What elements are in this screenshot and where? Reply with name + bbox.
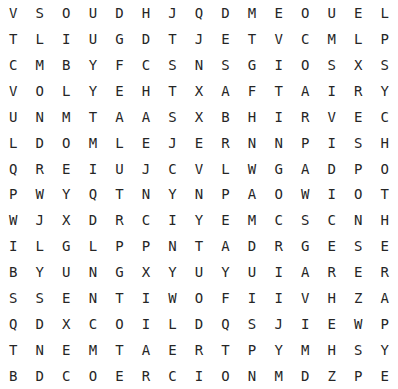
grid-cell-r10c5[interactable]: P [106, 233, 133, 259]
grid-cell-r13c4[interactable]: C [80, 311, 107, 337]
grid-cell-r1c12[interactable]: O [292, 0, 319, 26]
grid-cell-r13c5[interactable]: O [106, 311, 133, 337]
grid-cell-r8c1[interactable]: P [0, 182, 27, 208]
grid-cell-r9c9[interactable]: E [212, 207, 239, 233]
grid-cell-r3c10[interactable]: G [239, 52, 266, 78]
grid-cell-r8c4[interactable]: Q [80, 182, 107, 208]
grid-cell-r8c14[interactable]: O [345, 182, 372, 208]
grid-cell-r8c11[interactable]: O [265, 182, 292, 208]
grid-cell-r7c7[interactable]: C [159, 156, 186, 182]
grid-cell-r13c14[interactable]: W [345, 311, 372, 337]
grid-cell-r2c9[interactable]: E [212, 26, 239, 52]
grid-cell-r5c5[interactable]: A [106, 104, 133, 130]
grid-cell-r15c6[interactable]: R [133, 363, 160, 389]
grid-cell-r5c1[interactable]: U [0, 104, 27, 130]
grid-cell-r6c10[interactable]: N [239, 130, 266, 156]
grid-cell-r13c11[interactable]: J [265, 311, 292, 337]
grid-cell-r6c11[interactable]: N [265, 130, 292, 156]
grid-cell-r7c14[interactable]: P [345, 156, 372, 182]
grid-cell-r10c13[interactable]: E [318, 233, 345, 259]
grid-cell-r9c4[interactable]: D [80, 207, 107, 233]
grid-cell-r10c9[interactable]: A [212, 233, 239, 259]
grid-cell-r14c3[interactable]: E [53, 337, 80, 363]
grid-cell-r2c3[interactable]: I [53, 26, 80, 52]
grid-cell-r9c14[interactable]: N [345, 207, 372, 233]
grid-cell-r13c13[interactable]: E [318, 311, 345, 337]
grid-cell-r11c8[interactable]: U [186, 259, 213, 285]
grid-cell-r9c3[interactable]: X [53, 207, 80, 233]
grid-cell-r2c7[interactable]: T [159, 26, 186, 52]
grid-cell-r3c15[interactable]: S [371, 52, 398, 78]
grid-cell-r11c10[interactable]: U [239, 259, 266, 285]
grid-cell-r3c8[interactable]: N [186, 52, 213, 78]
grid-cell-r4c13[interactable]: I [318, 78, 345, 104]
grid-cell-r1c7[interactable]: J [159, 0, 186, 26]
grid-cell-r14c6[interactable]: A [133, 337, 160, 363]
grid-cell-r15c10[interactable]: N [239, 363, 266, 389]
grid-cell-r7c4[interactable]: I [80, 156, 107, 182]
grid-cell-r12c9[interactable]: F [212, 285, 239, 311]
grid-cell-r7c8[interactable]: V [186, 156, 213, 182]
grid-cell-r9c15[interactable]: H [371, 207, 398, 233]
grid-cell-r14c7[interactable]: E [159, 337, 186, 363]
grid-cell-r3c13[interactable]: S [318, 52, 345, 78]
grid-cell-r11c1[interactable]: B [0, 259, 27, 285]
grid-cell-r1c6[interactable]: H [133, 0, 160, 26]
grid-cell-r12c7[interactable]: W [159, 285, 186, 311]
grid-cell-r3c5[interactable]: F [106, 52, 133, 78]
grid-cell-r13c8[interactable]: D [186, 311, 213, 337]
grid-cell-r9c6[interactable]: C [133, 207, 160, 233]
grid-cell-r8c6[interactable]: N [133, 182, 160, 208]
grid-cell-r15c2[interactable]: D [27, 363, 54, 389]
grid-cell-r3c3[interactable]: B [53, 52, 80, 78]
grid-cell-r14c4[interactable]: M [80, 337, 107, 363]
grid-cell-r15c1[interactable]: B [0, 363, 27, 389]
grid-cell-r4c5[interactable]: E [106, 78, 133, 104]
grid-cell-r7c3[interactable]: E [53, 156, 80, 182]
grid-cell-r6c9[interactable]: R [212, 130, 239, 156]
grid-cell-r1c3[interactable]: O [53, 0, 80, 26]
grid-cell-r8c3[interactable]: Y [53, 182, 80, 208]
grid-cell-r8c8[interactable]: N [186, 182, 213, 208]
grid-cell-r11c5[interactable]: G [106, 259, 133, 285]
grid-cell-r5c2[interactable]: N [27, 104, 54, 130]
grid-cell-r5c6[interactable]: A [133, 104, 160, 130]
grid-cell-r2c8[interactable]: J [186, 26, 213, 52]
grid-cell-r8c5[interactable]: T [106, 182, 133, 208]
grid-cell-r5c11[interactable]: I [265, 104, 292, 130]
grid-cell-r4c14[interactable]: R [345, 78, 372, 104]
grid-cell-r13c12[interactable]: I [292, 311, 319, 337]
grid-cell-r14c5[interactable]: T [106, 337, 133, 363]
grid-cell-r5c3[interactable]: M [53, 104, 80, 130]
grid-cell-r11c7[interactable]: Y [159, 259, 186, 285]
grid-cell-r6c2[interactable]: D [27, 130, 54, 156]
grid-cell-r12c4[interactable]: N [80, 285, 107, 311]
grid-cell-r9c7[interactable]: I [159, 207, 186, 233]
grid-cell-r4c7[interactable]: T [159, 78, 186, 104]
grid-cell-r6c5[interactable]: L [106, 130, 133, 156]
grid-cell-r11c3[interactable]: U [53, 259, 80, 285]
grid-cell-r13c1[interactable]: Q [0, 311, 27, 337]
grid-cell-r6c6[interactable]: E [133, 130, 160, 156]
grid-cell-r9c13[interactable]: C [318, 207, 345, 233]
grid-cell-r14c12[interactable]: M [292, 337, 319, 363]
grid-cell-r14c15[interactable]: Y [371, 337, 398, 363]
grid-cell-r12c8[interactable]: O [186, 285, 213, 311]
grid-cell-r14c2[interactable]: N [27, 337, 54, 363]
grid-cell-r8c10[interactable]: A [239, 182, 266, 208]
grid-cell-r11c12[interactable]: A [292, 259, 319, 285]
grid-cell-r1c14[interactable]: E [345, 0, 372, 26]
grid-cell-r7c10[interactable]: W [239, 156, 266, 182]
grid-cell-r13c7[interactable]: L [159, 311, 186, 337]
grid-cell-r6c8[interactable]: E [186, 130, 213, 156]
grid-cell-r11c9[interactable]: Y [212, 259, 239, 285]
grid-cell-r13c3[interactable]: X [53, 311, 80, 337]
grid-cell-r1c13[interactable]: U [318, 0, 345, 26]
grid-cell-r15c11[interactable]: M [265, 363, 292, 389]
grid-cell-r4c12[interactable]: A [292, 78, 319, 104]
grid-cell-r6c3[interactable]: O [53, 130, 80, 156]
grid-cell-r5c10[interactable]: H [239, 104, 266, 130]
grid-cell-r13c10[interactable]: S [239, 311, 266, 337]
grid-cell-r12c15[interactable]: A [371, 285, 398, 311]
grid-cell-r12c6[interactable]: I [133, 285, 160, 311]
grid-cell-r1c10[interactable]: M [239, 0, 266, 26]
grid-cell-r7c5[interactable]: U [106, 156, 133, 182]
grid-cell-r10c12[interactable]: G [292, 233, 319, 259]
grid-cell-r8c12[interactable]: W [292, 182, 319, 208]
grid-cell-r10c6[interactable]: P [133, 233, 160, 259]
grid-cell-r4c6[interactable]: H [133, 78, 160, 104]
grid-cell-r3c14[interactable]: X [345, 52, 372, 78]
grid-cell-r10c11[interactable]: R [265, 233, 292, 259]
grid-cell-r3c12[interactable]: O [292, 52, 319, 78]
grid-cell-r12c10[interactable]: I [239, 285, 266, 311]
grid-cell-r11c11[interactable]: I [265, 259, 292, 285]
grid-cell-r2c13[interactable]: M [318, 26, 345, 52]
grid-cell-r2c15[interactable]: P [371, 26, 398, 52]
grid-cell-r8c2[interactable]: W [27, 182, 54, 208]
grid-cell-r11c15[interactable]: R [371, 259, 398, 285]
grid-cell-r5c13[interactable]: V [318, 104, 345, 130]
grid-cell-r6c14[interactable]: S [345, 130, 372, 156]
grid-cell-r10c14[interactable]: S [345, 233, 372, 259]
grid-cell-r15c9[interactable]: O [212, 363, 239, 389]
grid-cell-r12c2[interactable]: S [27, 285, 54, 311]
grid-cell-r9c8[interactable]: Y [186, 207, 213, 233]
grid-cell-r5c8[interactable]: X [186, 104, 213, 130]
grid-cell-r15c14[interactable]: P [345, 363, 372, 389]
grid-cell-r2c12[interactable]: C [292, 26, 319, 52]
grid-cell-r3c9[interactable]: S [212, 52, 239, 78]
grid-cell-r15c7[interactable]: C [159, 363, 186, 389]
grid-cell-r12c11[interactable]: I [265, 285, 292, 311]
grid-cell-r12c13[interactable]: H [318, 285, 345, 311]
grid-cell-r2c14[interactable]: L [345, 26, 372, 52]
grid-cell-r4c3[interactable]: L [53, 78, 80, 104]
grid-cell-r14c13[interactable]: H [318, 337, 345, 363]
grid-cell-r6c12[interactable]: P [292, 130, 319, 156]
grid-cell-r7c12[interactable]: A [292, 156, 319, 182]
grid-cell-r5c15[interactable]: C [371, 104, 398, 130]
grid-cell-r14c8[interactable]: R [186, 337, 213, 363]
grid-cell-r14c11[interactable]: Y [265, 337, 292, 363]
grid-cell-r4c10[interactable]: F [239, 78, 266, 104]
grid-cell-r1c4[interactable]: U [80, 0, 107, 26]
grid-cell-r2c11[interactable]: V [265, 26, 292, 52]
grid-cell-r3c1[interactable]: C [0, 52, 27, 78]
grid-cell-r15c4[interactable]: O [80, 363, 107, 389]
grid-cell-r4c11[interactable]: T [265, 78, 292, 104]
grid-cell-r8c15[interactable]: T [371, 182, 398, 208]
grid-cell-r6c1[interactable]: L [0, 130, 27, 156]
grid-cell-r3c6[interactable]: C [133, 52, 160, 78]
grid-cell-r12c3[interactable]: E [53, 285, 80, 311]
grid-cell-r2c5[interactable]: G [106, 26, 133, 52]
grid-cell-r6c15[interactable]: H [371, 130, 398, 156]
grid-cell-r15c3[interactable]: C [53, 363, 80, 389]
grid-cell-r4c1[interactable]: V [0, 78, 27, 104]
grid-cell-r10c3[interactable]: G [53, 233, 80, 259]
grid-cell-r7c6[interactable]: J [133, 156, 160, 182]
grid-cell-r2c2[interactable]: L [27, 26, 54, 52]
grid-cell-r5c12[interactable]: R [292, 104, 319, 130]
grid-cell-r2c10[interactable]: T [239, 26, 266, 52]
grid-cell-r12c14[interactable]: Z [345, 285, 372, 311]
grid-cell-r10c7[interactable]: N [159, 233, 186, 259]
grid-cell-r14c14[interactable]: S [345, 337, 372, 363]
grid-cell-r8c9[interactable]: P [212, 182, 239, 208]
grid-cell-r10c15[interactable]: E [371, 233, 398, 259]
grid-cell-r10c8[interactable]: T [186, 233, 213, 259]
grid-cell-r7c1[interactable]: Q [0, 156, 27, 182]
grid-cell-r4c8[interactable]: X [186, 78, 213, 104]
grid-cell-r9c11[interactable]: C [265, 207, 292, 233]
grid-cell-r10c10[interactable]: D [239, 233, 266, 259]
grid-cell-r4c4[interactable]: Y [80, 78, 107, 104]
grid-cell-r9c12[interactable]: S [292, 207, 319, 233]
grid-cell-r9c10[interactable]: M [239, 207, 266, 233]
grid-cell-r8c7[interactable]: Y [159, 182, 186, 208]
grid-cell-r5c14[interactable]: E [345, 104, 372, 130]
grid-cell-r1c15[interactable]: L [371, 0, 398, 26]
grid-cell-r7c9[interactable]: L [212, 156, 239, 182]
grid-cell-r15c12[interactable]: D [292, 363, 319, 389]
grid-cell-r2c6[interactable]: D [133, 26, 160, 52]
grid-cell-r11c2[interactable]: Y [27, 259, 54, 285]
grid-cell-r15c13[interactable]: Z [318, 363, 345, 389]
grid-cell-r15c8[interactable]: I [186, 363, 213, 389]
grid-cell-r3c7[interactable]: S [159, 52, 186, 78]
grid-cell-r6c13[interactable]: I [318, 130, 345, 156]
grid-cell-r14c9[interactable]: T [212, 337, 239, 363]
grid-cell-r13c6[interactable]: I [133, 311, 160, 337]
grid-cell-r9c1[interactable]: W [0, 207, 27, 233]
grid-cell-r1c2[interactable]: S [27, 0, 54, 26]
grid-cell-r3c4[interactable]: Y [80, 52, 107, 78]
grid-cell-r11c4[interactable]: N [80, 259, 107, 285]
grid-cell-r15c15[interactable]: E [371, 363, 398, 389]
grid-cell-r7c2[interactable]: R [27, 156, 54, 182]
grid-cell-r7c11[interactable]: G [265, 156, 292, 182]
grid-cell-r1c11[interactable]: E [265, 0, 292, 26]
grid-cell-r10c1[interactable]: I [0, 233, 27, 259]
grid-cell-r12c5[interactable]: T [106, 285, 133, 311]
word-search-grid: VSOUDHJQDMEOUELTLIUGDTJETVCMLPCMBYFCSNSG… [0, 0, 398, 389]
grid-cell-r9c5[interactable]: R [106, 207, 133, 233]
grid-cell-r13c9[interactable]: Q [212, 311, 239, 337]
grid-cell-r11c14[interactable]: E [345, 259, 372, 285]
grid-cell-r3c2[interactable]: M [27, 52, 54, 78]
grid-cell-r1c1[interactable]: V [0, 0, 27, 26]
grid-cell-r4c15[interactable]: Y [371, 78, 398, 104]
grid-cell-r10c4[interactable]: L [80, 233, 107, 259]
grid-cell-r2c4[interactable]: U [80, 26, 107, 52]
grid-cell-r7c15[interactable]: O [371, 156, 398, 182]
grid-cell-r5c7[interactable]: S [159, 104, 186, 130]
grid-cell-r3c11[interactable]: I [265, 52, 292, 78]
grid-cell-r2c1[interactable]: T [0, 26, 27, 52]
grid-cell-r14c10[interactable]: P [239, 337, 266, 363]
grid-cell-r11c6[interactable]: X [133, 259, 160, 285]
grid-cell-r13c15[interactable]: P [371, 311, 398, 337]
grid-cell-r1c9[interactable]: D [212, 0, 239, 26]
grid-cell-r1c8[interactable]: Q [186, 0, 213, 26]
grid-cell-r15c5[interactable]: E [106, 363, 133, 389]
grid-cell-r6c7[interactable]: J [159, 130, 186, 156]
grid-cell-r4c2[interactable]: O [27, 78, 54, 104]
grid-cell-r11c13[interactable]: R [318, 259, 345, 285]
grid-cell-r6c4[interactable]: M [80, 130, 107, 156]
grid-cell-r13c2[interactable]: D [27, 311, 54, 337]
grid-cell-r1c5[interactable]: D [106, 0, 133, 26]
grid-cell-r7c13[interactable]: D [318, 156, 345, 182]
grid-cell-r12c1[interactable]: S [0, 285, 27, 311]
grid-cell-r14c1[interactable]: T [0, 337, 27, 363]
grid-cell-r5c9[interactable]: B [212, 104, 239, 130]
grid-cell-r4c9[interactable]: A [212, 78, 239, 104]
grid-cell-r8c13[interactable]: I [318, 182, 345, 208]
grid-cell-r9c2[interactable]: J [27, 207, 54, 233]
grid-cell-r12c12[interactable]: V [292, 285, 319, 311]
grid-cell-r10c2[interactable]: L [27, 233, 54, 259]
grid-cell-r5c4[interactable]: T [80, 104, 107, 130]
